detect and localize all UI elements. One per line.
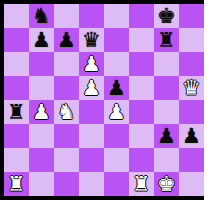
square-f5[interactable] bbox=[129, 76, 154, 100]
square-a8[interactable] bbox=[4, 4, 29, 28]
black-pawn: ♟ bbox=[32, 28, 51, 52]
square-e3[interactable] bbox=[104, 124, 129, 148]
square-h6[interactable] bbox=[179, 52, 204, 76]
square-g7[interactable]: ♜ bbox=[154, 28, 179, 52]
square-h1[interactable] bbox=[179, 172, 204, 196]
square-e1[interactable] bbox=[104, 172, 129, 196]
square-g4[interactable] bbox=[154, 100, 179, 124]
square-g1[interactable]: ♚ bbox=[154, 172, 179, 196]
black-rook: ♜ bbox=[7, 100, 26, 124]
square-c3[interactable] bbox=[54, 124, 79, 148]
square-g8[interactable]: ♚ bbox=[154, 4, 179, 28]
square-f3[interactable] bbox=[129, 124, 154, 148]
square-b3[interactable] bbox=[29, 124, 54, 148]
square-d2[interactable] bbox=[79, 148, 104, 172]
square-e7[interactable] bbox=[104, 28, 129, 52]
square-a4[interactable]: ♜ bbox=[4, 100, 29, 124]
square-d3[interactable] bbox=[79, 124, 104, 148]
square-b6[interactable] bbox=[29, 52, 54, 76]
square-e8[interactable] bbox=[104, 4, 129, 28]
black-rook: ♜ bbox=[157, 28, 176, 52]
square-f6[interactable] bbox=[129, 52, 154, 76]
square-c8[interactable] bbox=[54, 4, 79, 28]
square-a6[interactable] bbox=[4, 52, 29, 76]
square-a5[interactable] bbox=[4, 76, 29, 100]
white-rook: ♜ bbox=[132, 172, 151, 196]
square-e6[interactable] bbox=[104, 52, 129, 76]
square-d6[interactable]: ♟ bbox=[79, 52, 104, 76]
square-f7[interactable] bbox=[129, 28, 154, 52]
square-d7[interactable]: ♛ bbox=[79, 28, 104, 52]
white-king: ♚ bbox=[157, 172, 176, 196]
white-rook: ♜ bbox=[7, 172, 26, 196]
black-knight: ♞ bbox=[32, 4, 51, 28]
square-g3[interactable]: ♟ bbox=[154, 124, 179, 148]
square-f1[interactable]: ♜ bbox=[129, 172, 154, 196]
square-h4[interactable] bbox=[179, 100, 204, 124]
white-knight: ♞ bbox=[57, 100, 76, 124]
square-g2[interactable] bbox=[154, 148, 179, 172]
white-pawn: ♟ bbox=[107, 100, 126, 124]
square-h2[interactable] bbox=[179, 148, 204, 172]
chess-app-window: ♞♚♟♟♛♜♟♟♟♛♜♟♞♟♟♟♜♜♚ bbox=[0, 0, 212, 200]
white-pawn: ♟ bbox=[82, 76, 101, 100]
square-a3[interactable] bbox=[4, 124, 29, 148]
square-e2[interactable] bbox=[104, 148, 129, 172]
white-pawn: ♟ bbox=[32, 100, 51, 124]
square-b5[interactable] bbox=[29, 76, 54, 100]
square-a2[interactable] bbox=[4, 148, 29, 172]
square-h8[interactable] bbox=[179, 4, 204, 28]
black-pawn: ♟ bbox=[157, 124, 176, 148]
square-e5[interactable]: ♟ bbox=[104, 76, 129, 100]
white-pawn: ♟ bbox=[82, 52, 101, 76]
black-pawn: ♟ bbox=[107, 76, 126, 100]
square-d1[interactable] bbox=[79, 172, 104, 196]
square-f8[interactable] bbox=[129, 4, 154, 28]
square-c6[interactable] bbox=[54, 52, 79, 76]
square-a1[interactable]: ♜ bbox=[4, 172, 29, 196]
square-d5[interactable]: ♟ bbox=[79, 76, 104, 100]
square-b1[interactable] bbox=[29, 172, 54, 196]
square-c4[interactable]: ♞ bbox=[54, 100, 79, 124]
square-b4[interactable]: ♟ bbox=[29, 100, 54, 124]
square-g6[interactable] bbox=[154, 52, 179, 76]
square-e4[interactable]: ♟ bbox=[104, 100, 129, 124]
black-king: ♚ bbox=[157, 4, 176, 28]
square-f2[interactable] bbox=[129, 148, 154, 172]
square-g5[interactable] bbox=[154, 76, 179, 100]
square-c1[interactable] bbox=[54, 172, 79, 196]
square-d8[interactable] bbox=[79, 4, 104, 28]
white-queen: ♛ bbox=[182, 76, 201, 100]
black-queen: ♛ bbox=[82, 28, 101, 52]
square-b7[interactable]: ♟ bbox=[29, 28, 54, 52]
square-c2[interactable] bbox=[54, 148, 79, 172]
square-c7[interactable]: ♟ bbox=[54, 28, 79, 52]
black-pawn: ♟ bbox=[57, 28, 76, 52]
square-f4[interactable] bbox=[129, 100, 154, 124]
square-d4[interactable] bbox=[79, 100, 104, 124]
square-b2[interactable] bbox=[29, 148, 54, 172]
square-h3[interactable]: ♟ bbox=[179, 124, 204, 148]
square-h7[interactable] bbox=[179, 28, 204, 52]
square-a7[interactable] bbox=[4, 28, 29, 52]
square-h5[interactable]: ♛ bbox=[179, 76, 204, 100]
square-b8[interactable]: ♞ bbox=[29, 4, 54, 28]
square-c5[interactable] bbox=[54, 76, 79, 100]
chess-board: ♞♚♟♟♛♜♟♟♟♛♜♟♞♟♟♟♜♜♚ bbox=[0, 0, 204, 200]
black-pawn: ♟ bbox=[182, 124, 201, 148]
